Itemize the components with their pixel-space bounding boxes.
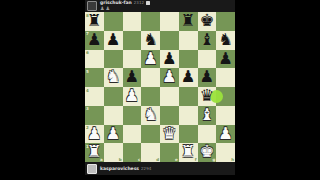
square-b3[interactable] [104, 106, 123, 125]
square-d7[interactable]: ♞ [141, 31, 160, 50]
square-f7[interactable] [179, 31, 198, 50]
square-f3[interactable] [179, 106, 198, 125]
white-bishop[interactable]: ♝ [198, 106, 217, 125]
black-pawn[interactable]: ♟ [85, 31, 104, 50]
square-c7[interactable] [123, 31, 142, 50]
black-pawn[interactable]: ♟ [198, 68, 217, 87]
square-f6[interactable] [179, 50, 198, 69]
file-label-h: h [231, 157, 234, 162]
white-knight[interactable]: ♞ [141, 106, 160, 125]
square-e6[interactable]: ♟ [160, 50, 179, 69]
opponent-info: grischuk-fan 2312 ♟♟ [100, 1, 150, 11]
square-d8[interactable] [141, 12, 160, 31]
square-d1[interactable]: d [141, 143, 160, 162]
white-pawn[interactable]: ♟ [85, 125, 104, 144]
square-f2[interactable] [179, 125, 198, 144]
square-e2[interactable]: ♛ [160, 125, 179, 144]
square-a4[interactable]: 4 [85, 87, 104, 106]
square-e4[interactable] [160, 87, 179, 106]
square-h6[interactable]: ♟ [216, 50, 235, 69]
black-knight[interactable]: ♞ [141, 31, 160, 50]
black-rook[interactable]: ♜ [179, 12, 198, 31]
file-label-b: b [119, 157, 122, 162]
flag-icon [146, 1, 150, 5]
square-c6[interactable] [123, 50, 142, 69]
square-g4[interactable]: ♛ [198, 87, 217, 106]
square-b7[interactable]: ♟ [104, 31, 123, 50]
square-h1[interactable]: h [216, 143, 235, 162]
square-f4[interactable] [179, 87, 198, 106]
chess-board[interactable]: 8♜♜♚7♟♟♞♝♞6♟♟♟5♞♟♟♟♟4♟♛3♞♝2♟♟♛♟1a♜bcdef♜… [85, 12, 235, 162]
square-a7[interactable]: 7♟ [85, 31, 104, 50]
file-label-c: c [138, 157, 140, 162]
square-d6[interactable]: ♟ [141, 50, 160, 69]
player-bar: kasparovichess 2294 [85, 162, 235, 175]
white-knight[interactable]: ♞ [104, 68, 123, 87]
square-h2[interactable]: ♟ [216, 125, 235, 144]
square-c4[interactable]: ♟ [123, 87, 142, 106]
square-a5[interactable]: 5 [85, 68, 104, 87]
square-h7[interactable]: ♞ [216, 31, 235, 50]
black-pawn[interactable]: ♟ [104, 31, 123, 50]
black-king[interactable]: ♚ [198, 12, 217, 31]
square-h3[interactable] [216, 106, 235, 125]
square-g7[interactable]: ♝ [198, 31, 217, 50]
square-e1[interactable]: e [160, 143, 179, 162]
square-a1[interactable]: 1a♜ [85, 143, 104, 162]
rank-label-3: 3 [86, 106, 89, 111]
white-rook[interactable]: ♜ [179, 143, 198, 162]
white-pawn[interactable]: ♟ [216, 125, 235, 144]
white-pawn[interactable]: ♟ [141, 50, 160, 69]
square-b5[interactable]: ♞ [104, 68, 123, 87]
white-pawn[interactable]: ♟ [123, 87, 142, 106]
square-d5[interactable] [141, 68, 160, 87]
square-a2[interactable]: 2♟ [85, 125, 104, 144]
square-c3[interactable] [123, 106, 142, 125]
rank-label-5: 5 [86, 69, 89, 74]
square-g8[interactable]: ♚ [198, 12, 217, 31]
square-e5[interactable]: ♟ [160, 68, 179, 87]
black-pawn[interactable]: ♟ [179, 68, 198, 87]
square-h8[interactable] [216, 12, 235, 31]
square-c5[interactable]: ♟ [123, 68, 142, 87]
square-f1[interactable]: f♜ [179, 143, 198, 162]
square-e3[interactable] [160, 106, 179, 125]
black-pawn[interactable]: ♟ [123, 68, 142, 87]
square-a3[interactable]: 3 [85, 106, 104, 125]
file-label-e: e [175, 157, 178, 162]
black-bishop[interactable]: ♝ [198, 31, 217, 50]
white-queen[interactable]: ♛ [160, 125, 179, 144]
game-column: grischuk-fan 2312 ♟♟ 8♜♜♚7♟♟♞♝♞6♟♟♟5♞♟♟♟… [85, 0, 235, 180]
square-c2[interactable] [123, 125, 142, 144]
square-d4[interactable] [141, 87, 160, 106]
square-h5[interactable] [216, 68, 235, 87]
rank-label-6: 6 [86, 50, 89, 55]
square-d3[interactable]: ♞ [141, 106, 160, 125]
square-g5[interactable]: ♟ [198, 68, 217, 87]
square-b6[interactable] [104, 50, 123, 69]
square-e7[interactable] [160, 31, 179, 50]
black-knight[interactable]: ♞ [216, 31, 235, 50]
square-b2[interactable]: ♟ [104, 125, 123, 144]
video-frame: grischuk-fan 2312 ♟♟ 8♜♜♚7♟♟♞♝♞6♟♟♟5♞♟♟♟… [0, 0, 320, 180]
square-a8[interactable]: 8♜ [85, 12, 104, 31]
black-pawn[interactable]: ♟ [160, 50, 179, 69]
white-rook[interactable]: ♜ [85, 143, 104, 162]
black-rook[interactable]: ♜ [85, 12, 104, 31]
square-c1[interactable]: c [123, 143, 142, 162]
white-pawn[interactable]: ♟ [160, 68, 179, 87]
square-g2[interactable] [198, 125, 217, 144]
square-g3[interactable]: ♝ [198, 106, 217, 125]
file-label-d: d [156, 157, 159, 162]
black-pawn[interactable]: ♟ [216, 50, 235, 69]
opponent-avatar[interactable] [87, 1, 97, 11]
white-pawn[interactable]: ♟ [104, 125, 123, 144]
player-avatar[interactable] [87, 164, 97, 174]
square-g1[interactable]: g♚ [198, 143, 217, 162]
square-b1[interactable]: b [104, 143, 123, 162]
square-a6[interactable]: 6 [85, 50, 104, 69]
square-g6[interactable] [198, 50, 217, 69]
white-king[interactable]: ♚ [198, 143, 217, 162]
player-name[interactable]: kasparovichess [100, 166, 139, 171]
square-d2[interactable] [141, 125, 160, 144]
rank-label-4: 4 [86, 88, 89, 93]
player-rating: 2294 [141, 166, 151, 171]
square-c8[interactable] [123, 12, 142, 31]
square-b4[interactable] [104, 87, 123, 106]
square-e8[interactable] [160, 12, 179, 31]
black-queen[interactable]: ♛ [198, 87, 217, 106]
square-f8[interactable]: ♜ [179, 12, 198, 31]
square-f5[interactable]: ♟ [179, 68, 198, 87]
square-b8[interactable] [104, 12, 123, 31]
